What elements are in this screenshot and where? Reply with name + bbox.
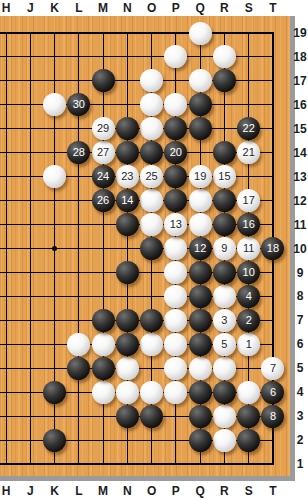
column-label-top-K: K	[50, 0, 59, 16]
stone-white-P4[interactable]	[164, 381, 187, 404]
move-number: 21	[243, 147, 255, 158]
move-number: 11	[243, 243, 254, 254]
move-number: 14	[121, 195, 133, 206]
column-label-top-N: N	[123, 0, 132, 16]
move-number: 4	[246, 291, 252, 302]
row-label-11: 11	[291, 217, 308, 233]
move-number: 7	[270, 363, 276, 374]
stone-white-R5[interactable]	[213, 357, 236, 380]
row-label-2: 2	[291, 432, 308, 448]
move-26-stone-black-M12[interactable]: 26	[92, 189, 115, 212]
move-2-stone-black-S7[interactable]: 2	[237, 309, 260, 332]
move-9-stone-white-R10[interactable]: 9	[213, 237, 236, 260]
stone-white-M4[interactable]	[92, 381, 115, 404]
row-label-12: 12	[291, 193, 308, 209]
move-5-stone-white-R6[interactable]: 5	[213, 333, 236, 356]
move-number: 23	[121, 171, 133, 182]
go-diagram: HHJJKKLLMMNNOOPPQQRRSSTT1918171615141312…	[0, 0, 308, 500]
move-number: 10	[243, 267, 255, 278]
column-label-top-T: T	[269, 0, 276, 16]
stone-black-R9[interactable]	[213, 261, 236, 284]
column-label-bottom-H: H	[2, 483, 11, 499]
row-label-3: 3	[291, 408, 308, 424]
move-24-stone-black-M13[interactable]: 24	[92, 165, 115, 188]
stone-white-O4[interactable]	[140, 381, 163, 404]
row-label-13: 13	[291, 169, 308, 185]
row-label-8: 8	[291, 288, 308, 304]
stone-black-Q16[interactable]	[189, 93, 212, 116]
move-number: 16	[243, 219, 255, 230]
stone-black-K4[interactable]	[43, 381, 66, 404]
move-23-stone-white-N13[interactable]: 23	[116, 165, 139, 188]
row-label-15: 15	[291, 121, 308, 137]
move-number: 17	[243, 195, 255, 206]
row-label-14: 14	[291, 145, 308, 161]
grid-line-row-19	[0, 32, 274, 34]
stone-black-N15[interactable]	[116, 117, 139, 140]
column-label-top-P: P	[172, 0, 180, 16]
board-shadow-bottom	[0, 476, 295, 481]
move-1-stone-white-S6[interactable]: 1	[237, 333, 260, 356]
stone-white-Q12[interactable]	[189, 189, 212, 212]
move-number: 20	[170, 147, 182, 158]
move-number: 13	[170, 219, 182, 230]
move-number: 28	[73, 147, 85, 158]
move-number: 22	[243, 123, 255, 134]
column-label-bottom-Q: Q	[195, 483, 204, 499]
move-number: 30	[73, 99, 85, 110]
stone-black-Q2[interactable]	[189, 429, 212, 452]
stone-white-Q17[interactable]	[189, 69, 212, 92]
column-label-bottom-P: P	[172, 483, 180, 499]
move-29-stone-white-M15[interactable]: 29	[92, 117, 115, 140]
stone-white-N5[interactable]	[116, 357, 139, 380]
column-label-top-S: S	[245, 0, 253, 16]
stone-white-R3[interactable]	[213, 405, 236, 428]
row-label-16: 16	[291, 97, 308, 113]
stone-white-Q11[interactable]	[189, 213, 212, 236]
stone-black-S3[interactable]	[237, 405, 260, 428]
move-3-stone-white-R7[interactable]: 3	[213, 309, 236, 332]
stone-black-O10[interactable]	[140, 237, 163, 260]
stone-black-M7[interactable]	[92, 309, 115, 332]
stone-black-R12[interactable]	[213, 189, 236, 212]
row-label-9: 9	[291, 265, 308, 281]
row-label-5: 5	[291, 360, 308, 376]
grid-line-col-H	[6, 32, 7, 465]
stone-white-L6[interactable]	[67, 333, 90, 356]
move-number: 25	[145, 171, 157, 182]
column-label-bottom-O: O	[147, 483, 156, 499]
stone-black-M5[interactable]	[92, 357, 115, 380]
column-label-top-H: H	[2, 0, 11, 16]
stone-white-S4[interactable]	[237, 381, 260, 404]
row-label-4: 4	[291, 384, 308, 400]
move-number: 15	[218, 171, 230, 182]
row-label-19: 19	[291, 25, 308, 41]
column-label-bottom-K: K	[50, 483, 59, 499]
stone-black-L5[interactable]	[67, 357, 90, 380]
column-label-bottom-S: S	[245, 483, 253, 499]
stone-white-R2[interactable]	[213, 429, 236, 452]
stone-white-M6[interactable]	[92, 333, 115, 356]
move-number: 6	[270, 387, 276, 398]
stone-black-N9[interactable]	[116, 261, 139, 284]
move-number: 29	[97, 123, 109, 134]
move-number: 2	[246, 315, 252, 326]
stone-black-S2[interactable]	[237, 429, 260, 452]
stone-black-N11[interactable]	[116, 213, 139, 236]
move-27-stone-white-M14[interactable]: 27	[92, 141, 115, 164]
stone-black-R4[interactable]	[213, 381, 236, 404]
column-label-top-R: R	[220, 0, 229, 16]
stone-black-O3[interactable]	[140, 405, 163, 428]
move-number: 19	[194, 171, 206, 182]
column-label-bottom-M: M	[98, 483, 108, 499]
column-label-bottom-T: T	[269, 483, 276, 499]
stone-black-M17[interactable]	[92, 69, 115, 92]
stone-black-N14[interactable]	[116, 141, 139, 164]
stone-black-Q9[interactable]	[189, 261, 212, 284]
column-label-top-Q: Q	[195, 0, 204, 16]
move-number: 3	[221, 315, 227, 326]
stone-white-Q5[interactable]	[189, 357, 212, 380]
row-label-10: 10	[291, 241, 308, 257]
column-label-top-M: M	[98, 0, 108, 16]
stone-black-Q7[interactable]	[189, 309, 212, 332]
row-label-7: 7	[291, 312, 308, 328]
stone-black-Q8[interactable]	[189, 285, 212, 308]
move-number: 26	[97, 195, 109, 206]
stone-white-Q19[interactable]	[189, 22, 212, 45]
stone-black-O7[interactable]	[140, 309, 163, 332]
stone-black-Q4[interactable]	[189, 381, 212, 404]
move-4-stone-black-S8[interactable]: 4	[237, 285, 260, 308]
column-label-top-O: O	[147, 0, 156, 16]
stone-black-Q6[interactable]	[189, 333, 212, 356]
column-label-bottom-J: J	[27, 483, 34, 499]
grid-line-col-J	[30, 32, 31, 465]
stone-black-N6[interactable]	[116, 333, 139, 356]
grid-line-row-1	[0, 463, 274, 465]
stone-black-N7[interactable]	[116, 309, 139, 332]
row-label-18: 18	[291, 49, 308, 65]
column-label-top-J: J	[27, 0, 34, 16]
stone-white-R8[interactable]	[213, 285, 236, 308]
stone-black-Q3[interactable]	[189, 405, 212, 428]
row-label-6: 6	[291, 336, 308, 352]
row-label-1: 1	[291, 456, 308, 472]
stone-black-Q15[interactable]	[189, 117, 212, 140]
stone-black-N3[interactable]	[116, 405, 139, 428]
stone-white-N4[interactable]	[116, 381, 139, 404]
move-number: 27	[97, 147, 109, 158]
move-15-stone-white-R13[interactable]: 15	[213, 165, 236, 188]
move-number: 18	[267, 243, 279, 254]
move-14-stone-black-N12[interactable]: 14	[116, 189, 139, 212]
grid-line-row-16	[0, 104, 274, 105]
column-label-bottom-L: L	[75, 483, 82, 499]
row-label-17: 17	[291, 73, 308, 89]
column-label-bottom-N: N	[123, 483, 132, 499]
move-number: 24	[97, 171, 109, 182]
move-number: 12	[194, 243, 206, 254]
move-number: 5	[221, 339, 227, 350]
stone-white-O6[interactable]	[140, 333, 163, 356]
move-19-stone-white-Q13[interactable]: 19	[189, 165, 212, 188]
move-number: 1	[246, 339, 252, 350]
stone-black-K2[interactable]	[43, 429, 66, 452]
column-label-top-L: L	[75, 0, 82, 16]
move-number: 8	[270, 411, 276, 422]
stone-black-R11[interactable]	[213, 213, 236, 236]
move-number: 9	[221, 243, 227, 254]
move-12-stone-black-Q10[interactable]: 12	[189, 237, 212, 260]
column-label-bottom-R: R	[220, 483, 229, 499]
